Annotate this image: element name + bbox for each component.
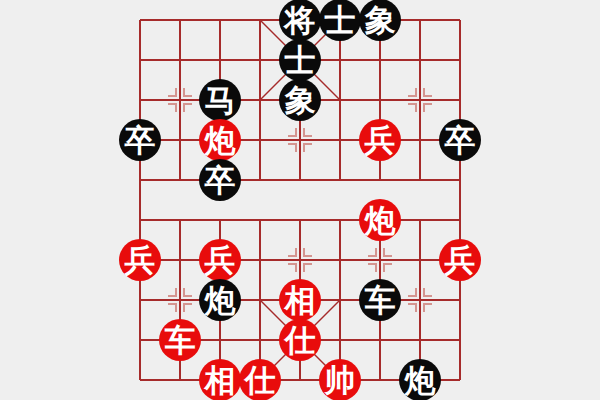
piece-red-elephant[interactable]: 相 — [199, 359, 241, 400]
piece-red-soldier[interactable]: 兵 — [119, 239, 161, 281]
piece-black-chariot[interactable]: 车 — [359, 279, 401, 321]
piece-black-cannon[interactable]: 炮 — [199, 279, 241, 321]
piece-red-elephant[interactable]: 相 — [279, 279, 321, 321]
piece-black-elephant[interactable]: 象 — [359, 0, 401, 41]
piece-black-horse[interactable]: 马 — [199, 79, 241, 121]
piece-black-soldier[interactable]: 卒 — [199, 159, 241, 201]
piece-black-advisor[interactable]: 士 — [319, 0, 361, 41]
piece-red-cannon[interactable]: 炮 — [359, 199, 401, 241]
piece-red-soldier[interactable]: 兵 — [199, 239, 241, 281]
piece-red-advisor[interactable]: 仕 — [239, 359, 281, 400]
piece-red-soldier[interactable]: 兵 — [359, 119, 401, 161]
piece-black-general[interactable]: 将 — [279, 0, 321, 41]
piece-black-advisor[interactable]: 士 — [279, 39, 321, 81]
xiangqi-screen: 将士象士马象卒炮兵卒卒炮兵兵兵炮相车车仕相仕帅炮 — [0, 0, 600, 400]
piece-red-chariot[interactable]: 车 — [159, 319, 201, 361]
piece-red-general[interactable]: 帅 — [319, 359, 361, 400]
piece-red-advisor[interactable]: 仕 — [279, 319, 321, 361]
piece-red-cannon[interactable]: 炮 — [199, 119, 241, 161]
piece-black-elephant[interactable]: 象 — [279, 79, 321, 121]
pieces-layer: 将士象士马象卒炮兵卒卒炮兵兵兵炮相车车仕相仕帅炮 — [0, 0, 600, 400]
piece-black-soldier[interactable]: 卒 — [119, 119, 161, 161]
piece-red-soldier[interactable]: 兵 — [439, 239, 481, 281]
piece-black-soldier[interactable]: 卒 — [439, 119, 481, 161]
piece-black-cannon[interactable]: 炮 — [399, 359, 441, 400]
